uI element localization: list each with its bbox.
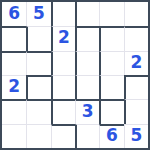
cell-r5c2[interactable] [26, 99, 50, 123]
given-digit: 2 [8, 78, 20, 95]
given-digit: 5 [130, 127, 142, 144]
cell-r6c1[interactable] [2, 124, 26, 148]
cell-r3c5[interactable] [99, 51, 123, 75]
cell-r4c6[interactable] [124, 75, 148, 99]
cell-r5c1[interactable] [2, 99, 26, 123]
cell-r4c3[interactable] [51, 75, 75, 99]
given-digit: 2 [58, 29, 70, 46]
cell-r2c2[interactable] [26, 26, 50, 50]
cell-r6c6[interactable]: 5 [124, 124, 148, 148]
cell-r3c6[interactable]: 2 [124, 51, 148, 75]
given-digit: 2 [130, 54, 142, 71]
cell-r1c3[interactable] [51, 2, 75, 26]
cell-r6c3[interactable] [51, 124, 75, 148]
given-digit: 6 [106, 127, 118, 144]
puzzle-board: 65222365 [0, 0, 150, 150]
cell-r3c4[interactable] [75, 51, 99, 75]
cell-r2c3[interactable]: 2 [51, 26, 75, 50]
cell-r1c6[interactable] [124, 2, 148, 26]
cell-r1c5[interactable] [99, 2, 123, 26]
cell-r3c1[interactable] [2, 51, 26, 75]
cell-r2c6[interactable] [124, 26, 148, 50]
puzzle-screenshot: 65222365 [0, 0, 150, 150]
cell-r6c5[interactable]: 6 [99, 124, 123, 148]
cell-r4c5[interactable] [99, 75, 123, 99]
cell-r3c3[interactable] [51, 51, 75, 75]
given-digit: 5 [33, 5, 45, 22]
cell-r1c4[interactable] [75, 2, 99, 26]
given-digit: 3 [82, 103, 94, 120]
cell-r1c2[interactable]: 5 [26, 2, 50, 26]
cell-r2c5[interactable] [99, 26, 123, 50]
cell-r5c3[interactable] [51, 99, 75, 123]
cell-r3c2[interactable] [26, 51, 50, 75]
cell-r2c1[interactable] [2, 26, 26, 50]
cell-r4c2[interactable] [26, 75, 50, 99]
cell-r6c2[interactable] [26, 124, 50, 148]
cell-r5c6[interactable] [124, 99, 148, 123]
cell-r5c4[interactable]: 3 [75, 99, 99, 123]
cell-r2c4[interactable] [75, 26, 99, 50]
cell-r1c1[interactable]: 6 [2, 2, 26, 26]
cell-r6c4[interactable] [75, 124, 99, 148]
cell-r4c4[interactable] [75, 75, 99, 99]
cell-r4c1[interactable]: 2 [2, 75, 26, 99]
given-digit: 6 [8, 5, 20, 22]
cell-r5c5[interactable] [99, 99, 123, 123]
